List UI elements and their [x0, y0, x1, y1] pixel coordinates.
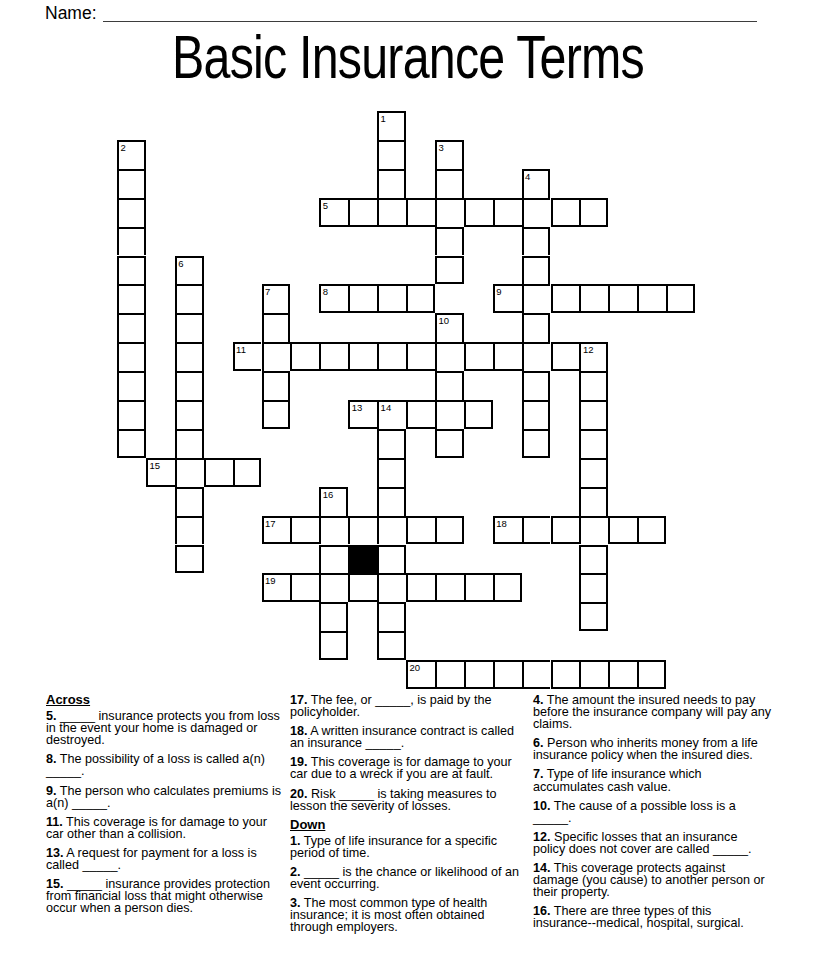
grid-cell[interactable] — [175, 400, 204, 429]
grid-cell[interactable] — [319, 342, 348, 371]
clue-number: 16. — [533, 904, 551, 918]
clue-number: 1. — [290, 834, 301, 848]
grid-cell[interactable] — [522, 284, 551, 313]
grid-cell[interactable] — [377, 545, 406, 574]
clue-number-20: 20 — [410, 663, 421, 673]
clue-number-7: 7 — [265, 287, 270, 297]
clue-number: 12. — [533, 830, 551, 844]
clue-number: 14. — [533, 861, 551, 875]
clue-number-16: 16 — [323, 490, 334, 500]
clue-number-4: 4 — [525, 172, 530, 182]
grid-cell[interactable] — [406, 284, 435, 313]
black-cell — [348, 545, 377, 574]
grid-cell[interactable] — [579, 487, 608, 516]
clue-number: 10. — [533, 799, 551, 813]
down-header: Down — [290, 819, 530, 831]
grid-cell[interactable] — [175, 516, 204, 545]
clue-16: 16. There are three types of this insura… — [533, 905, 773, 929]
grid-cell[interactable] — [464, 198, 493, 227]
grid-cell[interactable] — [377, 602, 406, 631]
grid-cell[interactable] — [435, 400, 464, 429]
grid-cell[interactable] — [464, 660, 493, 689]
grid-cell[interactable] — [435, 516, 464, 545]
grid-cell[interactable] — [175, 429, 204, 458]
clue-number-11: 11 — [236, 345, 246, 355]
clue-11: 11. This coverage is for damage to your … — [46, 816, 286, 840]
clue-number: 4. — [533, 693, 544, 707]
grid-cell[interactable] — [435, 371, 464, 400]
clue-number: 5. — [46, 709, 57, 723]
grid-cell[interactable] — [348, 198, 377, 227]
clue-number: 19. — [290, 755, 308, 769]
clue-number: 9. — [46, 784, 57, 798]
grid-cell[interactable] — [579, 545, 608, 574]
grid-cell[interactable] — [551, 198, 580, 227]
grid-cell[interactable] — [522, 313, 551, 342]
grid-cell[interactable] — [377, 631, 406, 660]
grid-cell[interactable] — [175, 487, 204, 516]
grid-cell[interactable] — [522, 198, 551, 227]
clue-17: 17. The fee, or _____, is paid by the po… — [290, 694, 530, 718]
grid-cell[interactable] — [608, 516, 637, 545]
grid-cell[interactable] — [579, 573, 608, 602]
clue-20: 20. Risk _____ is taking measures to les… — [290, 788, 530, 812]
clue-number-15: 15 — [149, 461, 160, 471]
grid-cell[interactable] — [579, 660, 608, 689]
grid-cell[interactable] — [175, 342, 204, 371]
clue-number: 11. — [46, 815, 63, 829]
grid-cell[interactable] — [117, 400, 146, 429]
name-label: Name: — [45, 3, 97, 24]
grid-cell[interactable] — [377, 284, 406, 313]
grid-cell[interactable] — [406, 400, 435, 429]
grid-cell[interactable] — [117, 227, 146, 256]
grid-cell[interactable] — [579, 429, 608, 458]
grid-cell[interactable] — [406, 342, 435, 371]
grid-cell[interactable] — [377, 516, 406, 545]
clue-number-9: 9 — [496, 287, 501, 297]
grid-cell[interactable] — [348, 516, 377, 545]
clue-number: 6. — [533, 736, 544, 750]
grid-cell[interactable] — [435, 169, 464, 198]
clue-8: 8. The possibility of a loss is called a… — [46, 753, 286, 777]
clue-6: 6. Person who inherits money from a life… — [533, 737, 773, 761]
clue-number: 17. — [290, 693, 308, 707]
grid-cell[interactable] — [608, 660, 637, 689]
clue-number-8: 8 — [323, 287, 328, 297]
grid-cell[interactable] — [522, 516, 551, 545]
grid-cell[interactable] — [522, 256, 551, 285]
grid-cell[interactable] — [435, 573, 464, 602]
clue-number-17: 17 — [265, 519, 276, 529]
grid-cell[interactable] — [666, 284, 695, 313]
grid-cell[interactable] — [435, 660, 464, 689]
grid-cell[interactable] — [579, 458, 608, 487]
grid-cell[interactable] — [435, 342, 464, 371]
grid-cell[interactable] — [319, 516, 348, 545]
grid-cell[interactable] — [464, 342, 493, 371]
grid-cell[interactable] — [522, 371, 551, 400]
clue-number-3: 3 — [438, 143, 443, 153]
grid-cell[interactable] — [262, 342, 291, 371]
grid-cell[interactable] — [290, 573, 319, 602]
grid-cell[interactable] — [204, 458, 233, 487]
grid-cell[interactable] — [117, 256, 146, 285]
clue-18: 18. A written insurance contract is call… — [290, 725, 530, 749]
grid-cell[interactable] — [175, 284, 204, 313]
grid-cell[interactable] — [175, 313, 204, 342]
clue-number: 20. — [290, 787, 308, 801]
grid-cell[interactable] — [522, 227, 551, 256]
grid-cell[interactable] — [117, 169, 146, 198]
page-title: Basic Insurance Terms — [90, 26, 726, 88]
clue-15: 15. _____ insurance provides protection … — [46, 878, 286, 914]
clue-9: 9. The person who calculates premiums is… — [46, 785, 286, 809]
grid-cell[interactable] — [117, 429, 146, 458]
crossword-worksheet: Name: Basic Insurance Terms 123456789101… — [0, 0, 816, 957]
grid-cell[interactable] — [637, 516, 666, 545]
grid-cell[interactable] — [579, 400, 608, 429]
grid-cell[interactable] — [348, 573, 377, 602]
clue-1: 1. Type of life insurance for a specific… — [290, 835, 530, 859]
clue-14: 14. This coverage protects against damag… — [533, 862, 773, 898]
grid-cell[interactable] — [262, 400, 291, 429]
grid-cell[interactable] — [637, 660, 666, 689]
grid-cell[interactable] — [262, 313, 291, 342]
grid-cell[interactable] — [608, 284, 637, 313]
grid-cell[interactable] — [579, 198, 608, 227]
grid-cell[interactable] — [579, 284, 608, 313]
grid-cell[interactable] — [435, 429, 464, 458]
clue-7: 7. Type of life insurance which accumula… — [533, 768, 773, 792]
grid-cell[interactable] — [406, 516, 435, 545]
grid-cell[interactable] — [348, 342, 377, 371]
clues-column-3: 4. The amount the insured needs to pay b… — [533, 694, 773, 937]
grid-cell[interactable] — [522, 429, 551, 458]
grid-cell[interactable] — [117, 371, 146, 400]
grid-cell[interactable] — [175, 458, 204, 487]
grid-cell[interactable] — [579, 516, 608, 545]
grid-cell[interactable] — [319, 573, 348, 602]
clue-number: 13. — [46, 846, 64, 860]
grid-cell[interactable] — [377, 573, 406, 602]
clues-column-2: 17. The fee, or _____, is paid by the po… — [290, 694, 530, 941]
grid-cell[interactable] — [493, 573, 522, 602]
grid-cell[interactable] — [377, 458, 406, 487]
clue-number-2: 2 — [121, 143, 126, 153]
clues-column-1: Across5. _____ insurance protects you fr… — [46, 694, 286, 921]
grid-cell[interactable] — [377, 487, 406, 516]
clue-3: 3. The most common type of health insura… — [290, 897, 530, 933]
name-fill-line[interactable] — [103, 2, 757, 22]
grid-cell[interactable] — [493, 198, 522, 227]
clue-number-14: 14 — [381, 403, 392, 413]
clue-12: 12. Specific losses that an insurance po… — [533, 831, 773, 855]
grid-cell[interactable] — [262, 371, 291, 400]
crossword-grid: 1234567891011121314151617181920 — [117, 111, 696, 690]
grid-cell[interactable] — [435, 227, 464, 256]
grid-cell[interactable] — [233, 458, 262, 487]
grid-cell[interactable] — [637, 284, 666, 313]
clue-10: 10. The cause of a possible loss is a __… — [533, 800, 773, 824]
grid-cell[interactable] — [117, 198, 146, 227]
grid-cell[interactable] — [493, 660, 522, 689]
clue-number: 8. — [46, 752, 57, 766]
grid-cell[interactable] — [406, 198, 435, 227]
clue-number-18: 18 — [496, 519, 507, 529]
grid-cell[interactable] — [117, 313, 146, 342]
grid-cell[interactable] — [319, 545, 348, 574]
grid-cell[interactable] — [175, 545, 204, 574]
clue-number-12: 12 — [583, 345, 594, 355]
grid-cell[interactable] — [493, 342, 522, 371]
grid-cell[interactable] — [377, 342, 406, 371]
grid-cell[interactable] — [406, 573, 435, 602]
grid-cell[interactable] — [290, 516, 319, 545]
clue-number: 2. — [290, 865, 301, 879]
grid-cell[interactable] — [522, 342, 551, 371]
clue-4: 4. The amount the insured needs to pay b… — [533, 694, 773, 730]
clue-number: 18. — [290, 724, 308, 738]
grid-cell[interactable] — [464, 573, 493, 602]
grid-cell[interactable] — [290, 342, 319, 371]
grid-cell[interactable] — [348, 284, 377, 313]
clue-19: 19. This coverage is for damage to your … — [290, 756, 530, 780]
grid-cell[interactable] — [522, 400, 551, 429]
clue-2: 2. _____ is the chance or likelihood of … — [290, 866, 530, 890]
clue-number-6: 6 — [178, 259, 183, 269]
clue-13: 13. A request for payment for a loss is … — [46, 847, 286, 871]
grid-cell[interactable] — [551, 516, 580, 545]
clue-number-19: 19 — [265, 576, 276, 586]
clue-number: 15. — [46, 877, 64, 891]
clue-5: 5. _____ insurance protects you from los… — [46, 710, 286, 746]
grid-cell[interactable] — [377, 140, 406, 169]
grid-cell[interactable] — [377, 169, 406, 198]
grid-cell[interactable] — [551, 342, 580, 371]
grid-cell[interactable] — [377, 198, 406, 227]
clue-number-13: 13 — [352, 403, 363, 413]
grid-cell[interactable] — [579, 371, 608, 400]
grid-cell[interactable] — [522, 660, 551, 689]
clue-number-10: 10 — [438, 316, 449, 326]
grid-cell[interactable] — [117, 284, 146, 313]
grid-cell[interactable] — [579, 602, 608, 631]
grid-cell[interactable] — [175, 371, 204, 400]
grid-cell[interactable] — [435, 256, 464, 285]
clue-number-5: 5 — [323, 201, 328, 211]
grid-cell[interactable] — [377, 429, 406, 458]
grid-cell[interactable] — [551, 284, 580, 313]
grid-cell[interactable] — [319, 631, 348, 660]
clue-number: 7. — [533, 767, 544, 781]
grid-cell[interactable] — [117, 342, 146, 371]
clue-number-1: 1 — [381, 114, 386, 124]
across-header: Across — [46, 694, 286, 706]
grid-cell[interactable] — [319, 602, 348, 631]
grid-cell[interactable] — [464, 400, 493, 429]
grid-cell[interactable] — [551, 660, 580, 689]
clue-number: 3. — [290, 896, 301, 910]
grid-cell[interactable] — [435, 198, 464, 227]
